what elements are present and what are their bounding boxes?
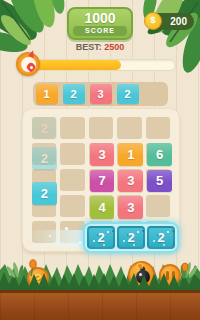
bomb-icon bbox=[136, 270, 150, 284]
falling-tile[interactable]: 2 bbox=[32, 182, 57, 204]
next-row-tray: 1232 bbox=[33, 82, 168, 106]
bomb-button[interactable] bbox=[128, 261, 155, 288]
bomb-spark-icon bbox=[138, 264, 142, 268]
drag-group-tile[interactable]: 2 bbox=[87, 226, 115, 249]
best-score-label: BEST: bbox=[76, 42, 102, 52]
tray-slot bbox=[141, 82, 168, 106]
pause-icon bbox=[166, 271, 169, 280]
sparkle-dot bbox=[65, 227, 68, 230]
best-score-value: 2500 bbox=[104, 42, 124, 52]
tray-slot: 2 bbox=[60, 82, 87, 106]
board-tile[interactable]: 3 bbox=[118, 170, 143, 192]
game-board: 222 22231673543 bbox=[22, 108, 180, 252]
game-screen: 1000 SCORE $ 200 BEST: 2500 1232 222 222… bbox=[0, 0, 200, 320]
board-tile[interactable]: 1 bbox=[118, 143, 143, 165]
board-tile[interactable]: 3 bbox=[118, 196, 143, 218]
sparkle-dot bbox=[79, 241, 82, 244]
preview-tile: 1 bbox=[36, 84, 58, 104]
sparkle-dot bbox=[49, 235, 51, 237]
tray-slot: 2 bbox=[114, 82, 141, 106]
help-button[interactable]: ? bbox=[27, 267, 49, 289]
preview-tile: 3 bbox=[90, 84, 112, 104]
ghost-tile: 2 bbox=[32, 117, 57, 139]
drag-group-tile[interactable]: 2 bbox=[147, 226, 175, 249]
ghost-tile: 2 bbox=[32, 147, 57, 169]
score-value: 1000 bbox=[69, 10, 131, 26]
tray-slot: 1 bbox=[33, 82, 60, 106]
board-tile[interactable]: 4 bbox=[90, 196, 115, 218]
drag-group-tile[interactable]: 2 bbox=[117, 226, 145, 249]
board-tile[interactable]: 7 bbox=[90, 170, 115, 192]
board-tile[interactable]: 6 bbox=[147, 143, 172, 165]
tray-slot: 3 bbox=[87, 82, 114, 106]
wood-ground bbox=[0, 290, 200, 320]
coin-counter[interactable]: $ 200 bbox=[148, 13, 194, 30]
preview-tile: 2 bbox=[63, 84, 85, 104]
coin-icon: $ bbox=[144, 12, 162, 30]
preview-tile: 2 bbox=[117, 84, 139, 104]
score-banner: 1000 SCORE bbox=[67, 7, 133, 40]
score-label: SCORE bbox=[73, 26, 127, 36]
level-progress-fill bbox=[29, 60, 121, 70]
tile-layer: 222 22231673543 bbox=[23, 109, 179, 251]
level-badge bbox=[16, 52, 40, 76]
pause-button[interactable] bbox=[159, 264, 181, 286]
board-tile[interactable]: 3 bbox=[90, 143, 115, 165]
board-tile[interactable]: 5 bbox=[147, 170, 172, 192]
level-progress-bar bbox=[28, 59, 176, 71]
dragged-tile-group[interactable]: 222 bbox=[83, 222, 179, 253]
coin-value: 200 bbox=[170, 16, 187, 27]
